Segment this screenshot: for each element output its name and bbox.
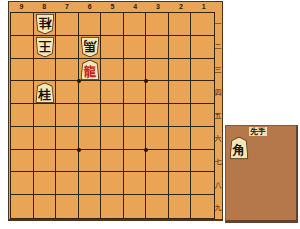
- square-3d[interactable]: [146, 81, 169, 104]
- square-2h[interactable]: [169, 172, 192, 195]
- piece-promoted-rook-6c[interactable]: 龍: [80, 59, 99, 80]
- rank-coordinate-labels: 一二三四五六七八九: [214, 12, 222, 219]
- hoshi-dot: [144, 79, 148, 83]
- square-3b[interactable]: [146, 36, 169, 59]
- square-2i[interactable]: [169, 195, 192, 218]
- file-label-9: 9: [10, 2, 33, 12]
- piece-knight-8a[interactable]: 桂: [35, 14, 54, 35]
- rank-label-4: 四: [214, 81, 222, 104]
- piece-kanji: 龍: [80, 63, 99, 80]
- square-3i[interactable]: [146, 195, 169, 218]
- square-6f[interactable]: [79, 127, 102, 150]
- square-8f[interactable]: [34, 127, 57, 150]
- square-3g[interactable]: [146, 150, 169, 173]
- square-1i[interactable]: [191, 195, 214, 218]
- square-2d[interactable]: [169, 81, 192, 104]
- square-6h[interactable]: [79, 172, 102, 195]
- square-6a[interactable]: [79, 13, 102, 36]
- square-1e[interactable]: [191, 104, 214, 127]
- square-3h[interactable]: [146, 172, 169, 195]
- square-1f[interactable]: [191, 127, 214, 150]
- hoshi-dot: [77, 148, 81, 152]
- square-7a[interactable]: [56, 13, 79, 36]
- rank-label-8: 八: [214, 173, 222, 196]
- square-2g[interactable]: [169, 150, 192, 173]
- rank-label-5: 五: [214, 104, 222, 127]
- square-9d[interactable]: [11, 81, 34, 104]
- file-label-7: 7: [56, 2, 79, 12]
- square-7c[interactable]: [56, 59, 79, 82]
- file-label-8: 8: [33, 2, 56, 12]
- square-8c[interactable]: [34, 59, 57, 82]
- square-4e[interactable]: [124, 104, 147, 127]
- piece-knight-8d[interactable]: 桂: [35, 82, 54, 103]
- square-5b[interactable]: [101, 36, 124, 59]
- square-9i[interactable]: [11, 195, 34, 218]
- square-3e[interactable]: [146, 104, 169, 127]
- shogi-diagram: 987654321 一二三四五六七八九 桂王馬龍桂 先手 角: [0, 0, 300, 229]
- sente-label: 先手: [249, 127, 267, 136]
- square-2b[interactable]: [169, 36, 192, 59]
- square-3a[interactable]: [146, 13, 169, 36]
- square-8g[interactable]: [34, 150, 57, 173]
- shogi-board: 987654321 一二三四五六七八九 桂王馬龍桂: [8, 1, 223, 221]
- square-2f[interactable]: [169, 127, 192, 150]
- square-9g[interactable]: [11, 150, 34, 173]
- square-5c[interactable]: [101, 59, 124, 82]
- file-label-2: 2: [169, 2, 192, 12]
- piece-kanji: 王: [35, 37, 54, 54]
- square-2a[interactable]: [169, 13, 192, 36]
- square-8i[interactable]: [34, 195, 57, 218]
- rank-label-7: 七: [214, 150, 222, 173]
- piece-kanji: 角: [230, 141, 249, 160]
- square-5f[interactable]: [101, 127, 124, 150]
- piece-promoted-bishop-6b[interactable]: 馬: [80, 37, 99, 58]
- piece-king-8b[interactable]: 王: [35, 37, 54, 58]
- square-5a[interactable]: [101, 13, 124, 36]
- file-label-3: 3: [147, 2, 170, 12]
- square-6e[interactable]: [79, 104, 102, 127]
- square-6i[interactable]: [79, 195, 102, 218]
- square-5g[interactable]: [101, 150, 124, 173]
- rank-label-3: 三: [214, 58, 222, 81]
- square-1b[interactable]: [191, 36, 214, 59]
- square-9c[interactable]: [11, 59, 34, 82]
- file-label-4: 4: [124, 2, 147, 12]
- square-1c[interactable]: [191, 59, 214, 82]
- rank-label-1: 一: [214, 12, 222, 35]
- square-6d[interactable]: [79, 81, 102, 104]
- square-2e[interactable]: [169, 104, 192, 127]
- square-3f[interactable]: [146, 127, 169, 150]
- square-7i[interactable]: [56, 195, 79, 218]
- square-7e[interactable]: [56, 104, 79, 127]
- hoshi-dot: [144, 148, 148, 152]
- square-4i[interactable]: [124, 195, 147, 218]
- square-4d[interactable]: [124, 81, 147, 104]
- square-3c[interactable]: [146, 59, 169, 82]
- square-5e[interactable]: [101, 104, 124, 127]
- square-1h[interactable]: [191, 172, 214, 195]
- rank-label-9: 九: [214, 196, 222, 219]
- square-4g[interactable]: [124, 150, 147, 173]
- square-4b[interactable]: [124, 36, 147, 59]
- square-4h[interactable]: [124, 172, 147, 195]
- square-9h[interactable]: [11, 172, 34, 195]
- square-9e[interactable]: [11, 104, 34, 127]
- square-7d[interactable]: [56, 81, 79, 104]
- square-7g[interactable]: [56, 150, 79, 173]
- square-1d[interactable]: [191, 81, 214, 104]
- rank-label-6: 六: [214, 127, 222, 150]
- square-7h[interactable]: [56, 172, 79, 195]
- square-4c[interactable]: [124, 59, 147, 82]
- square-8e[interactable]: [34, 104, 57, 127]
- square-4a[interactable]: [124, 13, 147, 36]
- square-1a[interactable]: [191, 13, 214, 36]
- rank-label-2: 二: [214, 35, 222, 58]
- square-7b[interactable]: [56, 36, 79, 59]
- square-9f[interactable]: [11, 127, 34, 150]
- square-8h[interactable]: [34, 172, 57, 195]
- square-7f[interactable]: [56, 127, 79, 150]
- file-label-6: 6: [78, 2, 101, 12]
- file-label-5: 5: [101, 2, 124, 12]
- square-4f[interactable]: [124, 127, 147, 150]
- piece-kanji: 馬: [80, 37, 99, 54]
- square-9a[interactable]: [11, 13, 34, 36]
- square-6g[interactable]: [79, 150, 102, 173]
- board-grid: 桂王馬龍桂: [10, 12, 215, 219]
- piece-kanji: 桂: [35, 14, 54, 31]
- square-5d[interactable]: [101, 81, 124, 104]
- square-5i[interactable]: [101, 195, 124, 218]
- piece-bishop-in-hand[interactable]: 角: [230, 137, 249, 160]
- file-label-1: 1: [192, 2, 215, 12]
- sente-hand-tray: 先手 角: [225, 125, 298, 223]
- square-1g[interactable]: [191, 150, 214, 173]
- square-2c[interactable]: [169, 59, 192, 82]
- piece-kanji: 桂: [35, 86, 54, 103]
- square-9b[interactable]: [11, 36, 34, 59]
- file-coordinate-labels: 987654321: [10, 2, 215, 12]
- square-5h[interactable]: [101, 172, 124, 195]
